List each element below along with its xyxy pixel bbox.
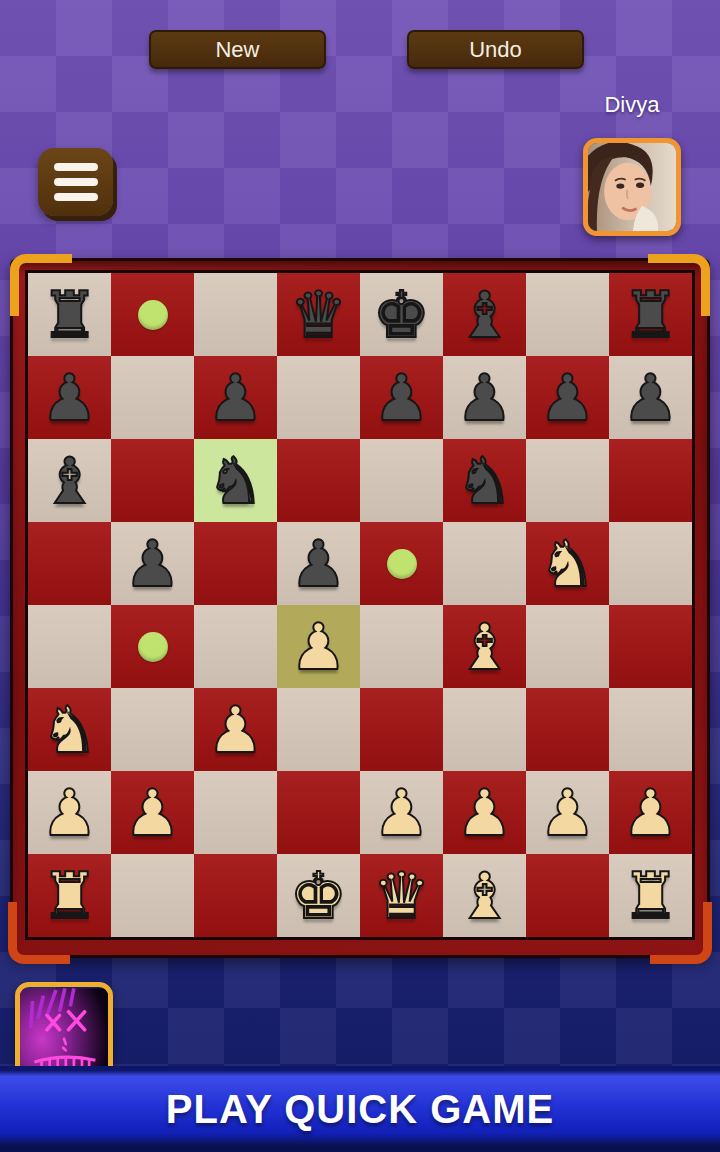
square-e7[interactable]: ♟ (360, 356, 443, 439)
white-rook[interactable]: ♜ (622, 864, 679, 928)
black-knight[interactable]: ♞ (207, 449, 264, 513)
hamburger-icon (54, 193, 98, 201)
black-pawn[interactable]: ♟ (539, 366, 596, 430)
square-g4[interactable] (526, 605, 609, 688)
square-c8[interactable] (194, 273, 277, 356)
opponent-avatar[interactable] (583, 138, 681, 236)
square-f6[interactable]: ♞ (443, 439, 526, 522)
black-pawn[interactable]: ♟ (290, 532, 347, 596)
black-pawn[interactable]: ♟ (622, 366, 679, 430)
black-pawn[interactable]: ♟ (373, 366, 430, 430)
white-pawn[interactable]: ♟ (622, 781, 679, 845)
square-g2[interactable]: ♟ (526, 771, 609, 854)
square-g8[interactable] (526, 273, 609, 356)
new-game-button-label: New (215, 37, 259, 63)
black-pawn[interactable]: ♟ (41, 366, 98, 430)
play-quick-game-button[interactable]: PLAY QUICK GAME (0, 1066, 720, 1152)
square-b6[interactable] (111, 439, 194, 522)
black-king[interactable]: ♚ (373, 283, 430, 347)
square-a1[interactable]: ♜ (28, 854, 111, 937)
white-king[interactable]: ♚ (290, 864, 347, 928)
white-bishop[interactable]: ♝ (456, 864, 513, 928)
square-f1[interactable]: ♝ (443, 854, 526, 937)
board-grid: ♜♛♚♝♜♟♟♟♟♟♟♝♞♞♟♟♞♟♝♞♟♟♟♟♟♟♟♜♚♛♝♜ (28, 273, 692, 937)
square-e6[interactable] (360, 439, 443, 522)
square-b1[interactable] (111, 854, 194, 937)
square-d4[interactable]: ♟ (277, 605, 360, 688)
square-c4[interactable] (194, 605, 277, 688)
white-pawn[interactable]: ♟ (41, 781, 98, 845)
opponent-name: Divya (583, 92, 681, 118)
square-f3[interactable] (443, 688, 526, 771)
black-rook[interactable]: ♜ (41, 283, 98, 347)
square-e2[interactable]: ♟ (360, 771, 443, 854)
square-g1[interactable] (526, 854, 609, 937)
legal-move-dot[interactable] (138, 300, 168, 330)
square-d6[interactable] (277, 439, 360, 522)
square-h7[interactable]: ♟ (609, 356, 692, 439)
black-queen[interactable]: ♛ (290, 283, 347, 347)
square-h2[interactable]: ♟ (609, 771, 692, 854)
square-c5[interactable] (194, 522, 277, 605)
square-c1[interactable] (194, 854, 277, 937)
square-e1[interactable]: ♛ (360, 854, 443, 937)
menu-button[interactable] (38, 148, 113, 216)
black-rook[interactable]: ♜ (622, 283, 679, 347)
square-h1[interactable]: ♜ (609, 854, 692, 937)
square-h3[interactable] (609, 688, 692, 771)
square-f5[interactable] (443, 522, 526, 605)
legal-move-dot[interactable] (138, 632, 168, 662)
square-a6[interactable]: ♝ (28, 439, 111, 522)
square-c2[interactable] (194, 771, 277, 854)
black-knight[interactable]: ♞ (456, 449, 513, 513)
square-a3[interactable]: ♞ (28, 688, 111, 771)
photo-avatar-placeholder (588, 143, 676, 231)
square-h5[interactable] (609, 522, 692, 605)
square-f2[interactable]: ♟ (443, 771, 526, 854)
legal-move-dot[interactable] (387, 549, 417, 579)
square-g5[interactable]: ♞ (526, 522, 609, 605)
undo-button[interactable]: Undo (407, 30, 584, 69)
square-b3[interactable] (111, 688, 194, 771)
square-f8[interactable]: ♝ (443, 273, 526, 356)
white-bishop[interactable]: ♝ (456, 615, 513, 679)
square-g7[interactable]: ♟ (526, 356, 609, 439)
chess-board: ♜♛♚♝♜♟♟♟♟♟♟♝♞♞♟♟♞♟♝♞♟♟♟♟♟♟♟♜♚♛♝♜ (10, 258, 710, 958)
square-e8[interactable]: ♚ (360, 273, 443, 356)
white-pawn[interactable]: ♟ (539, 781, 596, 845)
black-pawn[interactable]: ♟ (207, 366, 264, 430)
undo-button-label: Undo (469, 37, 522, 63)
square-c3[interactable]: ♟ (194, 688, 277, 771)
square-a5[interactable] (28, 522, 111, 605)
square-e3[interactable] (360, 688, 443, 771)
white-knight[interactable]: ♞ (539, 532, 596, 596)
square-g3[interactable] (526, 688, 609, 771)
square-h8[interactable]: ♜ (609, 273, 692, 356)
black-pawn[interactable]: ♟ (456, 366, 513, 430)
new-game-button[interactable]: New (149, 30, 326, 69)
white-queen[interactable]: ♛ (373, 864, 430, 928)
white-pawn[interactable]: ♟ (456, 781, 513, 845)
square-b8[interactable] (111, 273, 194, 356)
square-d2[interactable] (277, 771, 360, 854)
square-b4[interactable] (111, 605, 194, 688)
square-h4[interactable] (609, 605, 692, 688)
white-knight[interactable]: ♞ (41, 698, 98, 762)
black-bishop[interactable]: ♝ (456, 283, 513, 347)
square-d8[interactable]: ♛ (277, 273, 360, 356)
white-pawn[interactable]: ♟ (373, 781, 430, 845)
play-quick-game-label: PLAY QUICK GAME (166, 1087, 554, 1132)
square-a8[interactable]: ♜ (28, 273, 111, 356)
square-a2[interactable]: ♟ (28, 771, 111, 854)
square-c6[interactable]: ♞ (194, 439, 277, 522)
square-b7[interactable] (111, 356, 194, 439)
white-pawn[interactable]: ♟ (124, 781, 181, 845)
square-d1[interactable]: ♚ (277, 854, 360, 937)
square-d7[interactable] (277, 356, 360, 439)
black-pawn[interactable]: ♟ (124, 532, 181, 596)
square-e4[interactable] (360, 605, 443, 688)
square-f7[interactable]: ♟ (443, 356, 526, 439)
hamburger-icon (54, 178, 98, 186)
white-pawn[interactable]: ♟ (290, 615, 347, 679)
square-h6[interactable] (609, 439, 692, 522)
square-b2[interactable]: ♟ (111, 771, 194, 854)
chess-app-screen: New Undo Divya (0, 0, 720, 1152)
square-a7[interactable]: ♟ (28, 356, 111, 439)
square-c7[interactable]: ♟ (194, 356, 277, 439)
white-pawn[interactable]: ♟ (207, 698, 264, 762)
black-bishop[interactable]: ♝ (41, 449, 98, 513)
square-d3[interactable] (277, 688, 360, 771)
square-d5[interactable]: ♟ (277, 522, 360, 605)
white-rook[interactable]: ♜ (41, 864, 98, 928)
square-e5[interactable] (360, 522, 443, 605)
square-g6[interactable] (526, 439, 609, 522)
square-f4[interactable]: ♝ (443, 605, 526, 688)
hamburger-icon (54, 163, 98, 171)
square-b5[interactable]: ♟ (111, 522, 194, 605)
square-a4[interactable] (28, 605, 111, 688)
